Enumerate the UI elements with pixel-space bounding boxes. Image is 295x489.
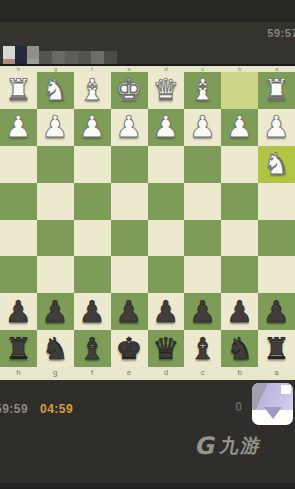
avatar-figure	[264, 407, 282, 419]
square-e7[interactable]: ♟	[111, 293, 148, 330]
square-e6[interactable]	[111, 256, 148, 293]
square-a8[interactable]: ♜	[258, 330, 295, 367]
square-f7[interactable]: ♟	[74, 293, 111, 330]
square-e3[interactable]	[111, 146, 148, 183]
square-b1[interactable]	[221, 72, 258, 109]
square-d2[interactable]: ♟	[148, 109, 185, 146]
black-knight: ♞	[226, 331, 253, 367]
black-pawn: ♟	[79, 294, 106, 330]
bottom-edge-strip	[0, 483, 295, 489]
black-knight: ♞	[42, 331, 69, 367]
file-label-a: a	[258, 367, 295, 380]
file-labels-bottom: hgfedcba	[0, 367, 295, 380]
square-h1[interactable]: ♜	[0, 72, 37, 109]
square-c1[interactable]: ♝	[184, 72, 221, 109]
square-b3[interactable]	[221, 146, 258, 183]
black-pawn: ♟	[226, 294, 253, 330]
white-pawn: ♟	[189, 109, 216, 145]
square-a4[interactable]	[258, 183, 295, 220]
jiuyou-logo-text: 九游	[217, 433, 264, 459]
black-bishop: ♝	[79, 331, 106, 367]
square-f6[interactable]	[74, 256, 111, 293]
square-a5[interactable]	[258, 220, 295, 257]
black-rook: ♜	[5, 331, 32, 367]
square-d4[interactable]	[148, 183, 185, 220]
square-e2[interactable]: ♟	[111, 109, 148, 146]
square-c5[interactable]	[184, 220, 221, 257]
white-knight: ♞	[42, 72, 69, 108]
square-a1[interactable]: ♜	[258, 72, 295, 109]
white-pawn: ♟	[5, 109, 32, 145]
opponent-clock: 59:57	[267, 27, 295, 39]
player-clock: 59:59	[0, 402, 28, 416]
square-f2[interactable]: ♟	[74, 109, 111, 146]
white-rook: ♜	[5, 72, 32, 108]
square-c6[interactable]	[184, 256, 221, 293]
file-label-c: c	[184, 367, 221, 380]
jiuyou-logo-icon: G	[193, 432, 219, 460]
square-g5[interactable]	[37, 220, 74, 257]
square-d6[interactable]	[148, 256, 185, 293]
square-h4[interactable]	[0, 183, 37, 220]
square-f4[interactable]	[74, 183, 111, 220]
square-b7[interactable]: ♟	[221, 293, 258, 330]
square-d3[interactable]	[148, 146, 185, 183]
square-g7[interactable]: ♟	[37, 293, 74, 330]
square-e4[interactable]	[111, 183, 148, 220]
square-f8[interactable]: ♝	[74, 330, 111, 367]
white-bishop: ♝	[79, 72, 106, 108]
square-e5[interactable]	[111, 220, 148, 257]
square-c3[interactable]	[184, 146, 221, 183]
white-pawn: ♟	[116, 109, 143, 145]
file-label-h: h	[0, 367, 37, 380]
square-c8[interactable]: ♝	[184, 330, 221, 367]
file-label-b: b	[221, 367, 258, 380]
file-label-e: e	[111, 367, 148, 380]
square-f3[interactable]	[74, 146, 111, 183]
square-g3[interactable]	[37, 146, 74, 183]
square-h8[interactable]: ♜	[0, 330, 37, 367]
square-h6[interactable]	[0, 256, 37, 293]
white-queen: ♛	[152, 72, 179, 108]
square-f1[interactable]: ♝	[74, 72, 111, 109]
black-pawn: ♟	[42, 294, 69, 330]
square-g4[interactable]	[37, 183, 74, 220]
square-b2[interactable]: ♟	[221, 109, 258, 146]
square-b6[interactable]	[221, 256, 258, 293]
square-b4[interactable]	[221, 183, 258, 220]
square-d1[interactable]: ♛	[148, 72, 185, 109]
square-d5[interactable]	[148, 220, 185, 257]
square-g8[interactable]: ♞	[37, 330, 74, 367]
square-h5[interactable]	[0, 220, 37, 257]
square-e8[interactable]: ♚	[111, 330, 148, 367]
square-f5[interactable]	[74, 220, 111, 257]
white-pawn: ♟	[79, 109, 106, 145]
black-rook: ♜	[263, 331, 290, 367]
avatar-corner	[281, 385, 291, 394]
status-strip	[0, 0, 295, 22]
white-bishop: ♝	[189, 72, 216, 108]
square-b8[interactable]: ♞	[221, 330, 258, 367]
square-d7[interactable]: ♟	[148, 293, 185, 330]
square-g6[interactable]	[37, 256, 74, 293]
opponent-bar	[0, 22, 295, 64]
square-a7[interactable]: ♟	[258, 293, 295, 330]
square-h7[interactable]: ♟	[0, 293, 37, 330]
white-king: ♚	[116, 72, 143, 108]
black-queen: ♛	[152, 331, 179, 367]
square-h2[interactable]: ♟	[0, 109, 37, 146]
white-pawn: ♟	[226, 109, 253, 145]
black-king: ♚	[116, 331, 143, 367]
square-c4[interactable]	[184, 183, 221, 220]
white-pawn: ♟	[152, 109, 179, 145]
jiuyou-watermark: G 九游	[196, 432, 262, 460]
chess-board[interactable]: ♜♞♝♚♛♝♜♟♟♟♟♟♟♟♟♞♟♟♟♟♟♟♟♟♜♞♝♚♛♝♞♜	[0, 72, 295, 367]
square-a3[interactable]: ♞	[258, 146, 295, 183]
score-count: 0	[235, 399, 242, 414]
black-pawn: ♟	[152, 294, 179, 330]
white-pawn: ♟	[263, 109, 290, 145]
square-g2[interactable]: ♟	[37, 109, 74, 146]
black-pawn: ♟	[116, 294, 143, 330]
square-b5[interactable]	[221, 220, 258, 257]
square-d8[interactable]: ♛	[148, 330, 185, 367]
black-bishop: ♝	[189, 331, 216, 367]
square-c7[interactable]: ♟	[184, 293, 221, 330]
black-pawn: ♟	[5, 294, 32, 330]
player-avatar[interactable]	[252, 383, 293, 425]
player-move-timer: 04:59	[40, 402, 73, 416]
square-h3[interactable]	[0, 146, 37, 183]
white-knight: ♞	[263, 146, 290, 182]
square-a6[interactable]	[258, 256, 295, 293]
file-label-f: f	[74, 367, 111, 380]
square-c2[interactable]: ♟	[184, 109, 221, 146]
file-label-g: g	[37, 367, 74, 380]
black-pawn: ♟	[263, 294, 290, 330]
white-pawn: ♟	[42, 109, 69, 145]
square-e1[interactable]: ♚	[111, 72, 148, 109]
square-a2[interactable]: ♟	[258, 109, 295, 146]
white-rook: ♜	[263, 72, 290, 108]
file-label-d: d	[148, 367, 185, 380]
black-pawn: ♟	[189, 294, 216, 330]
square-g1[interactable]: ♞	[37, 72, 74, 109]
